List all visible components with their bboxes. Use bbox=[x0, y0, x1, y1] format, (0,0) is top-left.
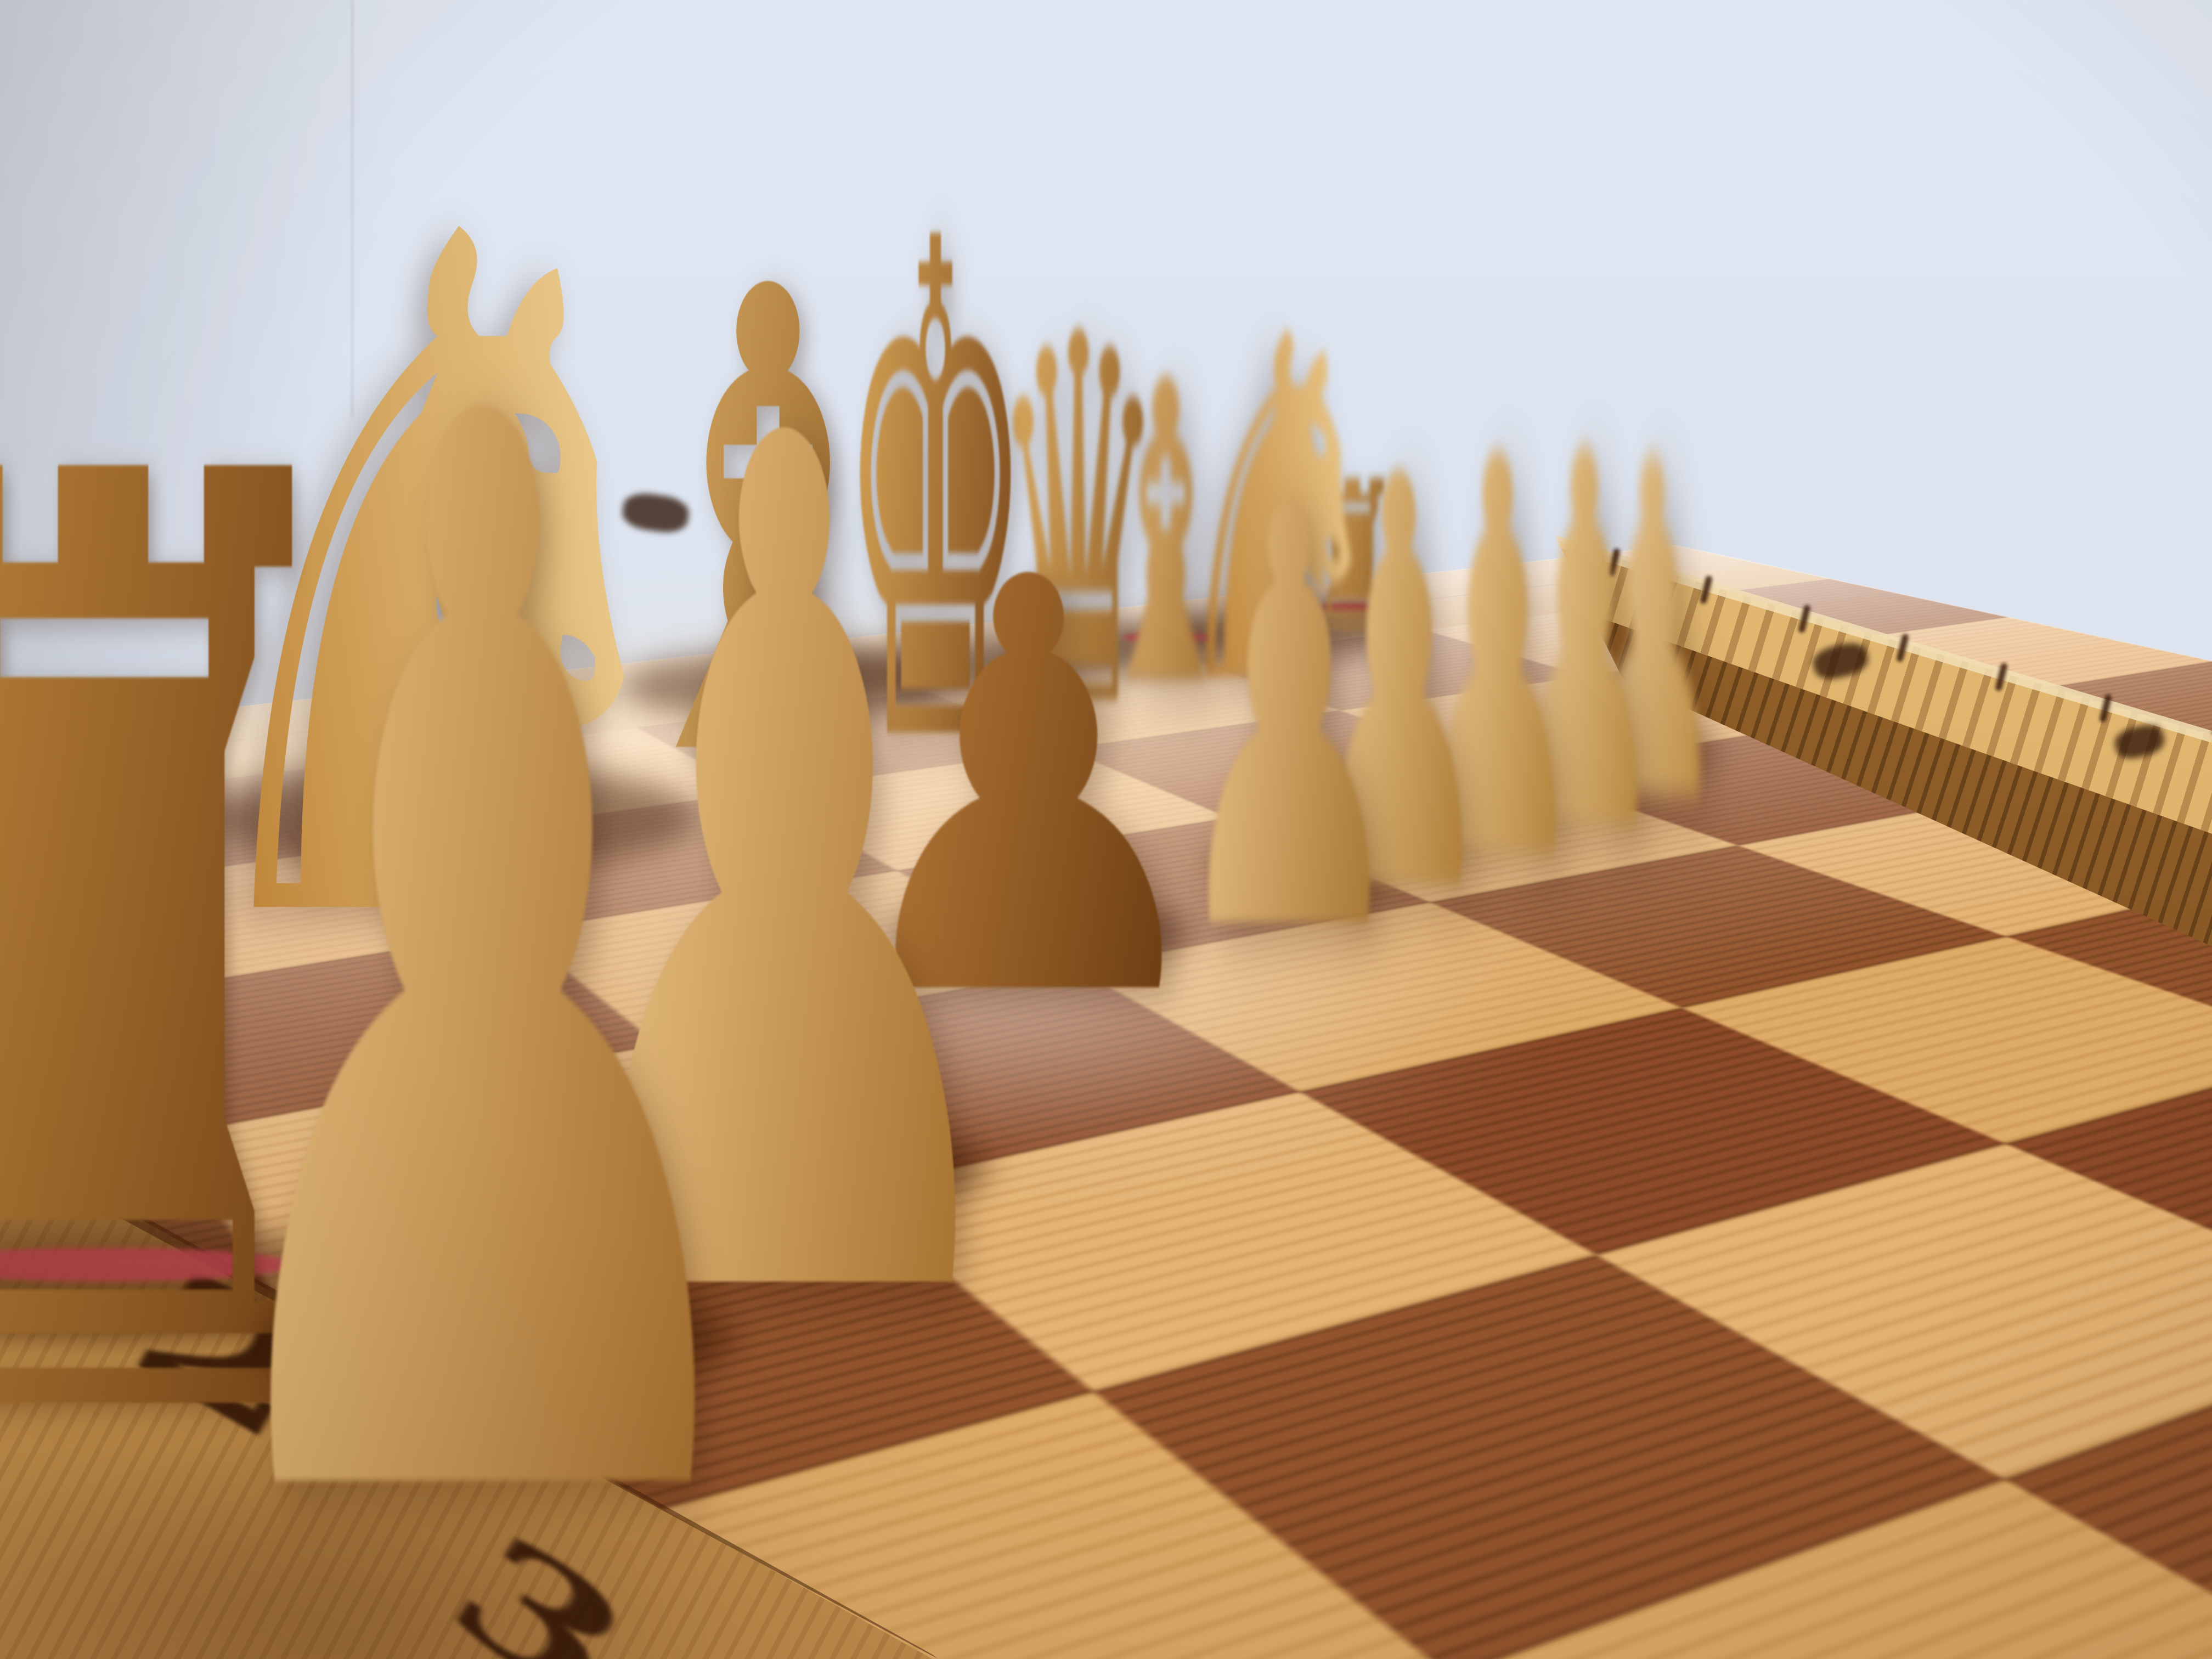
vignette bbox=[0, 0, 2212, 1659]
photo-stage: 2 3 ♜♞♝♚♛♝♞♜♟♟♟♟♟♟♟♟ bbox=[0, 0, 2212, 1659]
